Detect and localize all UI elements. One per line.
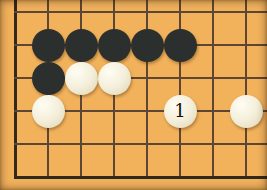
go-board[interactable]: 1: [0, 0, 267, 190]
stone-black[interactable]: [32, 62, 65, 95]
stone-white[interactable]: [98, 62, 131, 95]
stone-black[interactable]: [65, 29, 98, 62]
board-point-D5: [98, 29, 131, 62]
board-point-C5: [65, 29, 98, 62]
stone-black[interactable]: [131, 29, 164, 62]
board-point-C4: [65, 62, 98, 95]
stone-black[interactable]: [164, 29, 197, 62]
stone-white[interactable]: [65, 62, 98, 95]
stone-black[interactable]: [32, 29, 65, 62]
stone-white[interactable]: [230, 95, 263, 128]
board-point-H3: [230, 95, 263, 128]
board-point-B4: [32, 62, 65, 95]
stone-white-move-1[interactable]: 1: [164, 95, 197, 128]
stone-white[interactable]: [32, 95, 65, 128]
board-point-E5: [131, 29, 164, 62]
board-point-F5: [164, 29, 197, 62]
board-point-B5: [32, 29, 65, 62]
board-point-D4: [98, 62, 131, 95]
move-number-label: 1: [174, 102, 185, 120]
board-point-B3: [32, 95, 65, 128]
board-point-F3: 1: [164, 95, 197, 128]
stone-layer: 1: [0, 0, 263, 190]
stone-black[interactable]: [98, 29, 131, 62]
